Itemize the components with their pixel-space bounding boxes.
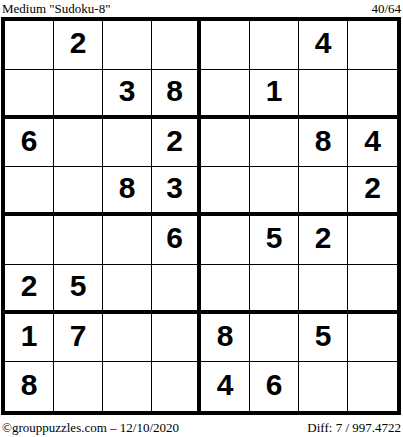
cell-r7c2: 7 [54, 314, 103, 363]
puzzle-title: Medium "Sudoku-8" [2, 2, 110, 16]
cell-r5c6: 5 [250, 216, 299, 265]
cell-r1c8[interactable] [348, 21, 397, 70]
cell-r3c2[interactable] [54, 119, 103, 168]
cell-r2c8[interactable] [348, 70, 397, 119]
cell-r3c5[interactable] [201, 119, 250, 168]
cell-r2c3: 3 [103, 70, 152, 119]
cell-r1c5[interactable] [201, 21, 250, 70]
cell-r3c7: 8 [299, 119, 348, 168]
cell-r7c4[interactable] [152, 314, 201, 363]
cell-r4c1[interactable] [5, 167, 54, 216]
cell-r5c3[interactable] [103, 216, 152, 265]
cell-r4c4: 3 [152, 167, 201, 216]
cell-r6c6[interactable] [250, 265, 299, 314]
cell-r4c5[interactable] [201, 167, 250, 216]
cell-r4c6[interactable] [250, 167, 299, 216]
cell-r7c1: 1 [5, 314, 54, 363]
puzzle-page: Medium "Sudoku-8" 40/64 2438162848326522… [0, 0, 403, 437]
cell-r5c2[interactable] [54, 216, 103, 265]
cell-r1c7: 4 [299, 21, 348, 70]
cell-r7c3[interactable] [103, 314, 152, 363]
cell-r2c1[interactable] [5, 70, 54, 119]
cell-r1c3[interactable] [103, 21, 152, 70]
cell-r2c4: 8 [152, 70, 201, 119]
cell-r4c7[interactable] [299, 167, 348, 216]
cell-r5c4: 6 [152, 216, 201, 265]
cell-r5c5[interactable] [201, 216, 250, 265]
cell-r6c7[interactable] [299, 265, 348, 314]
cell-r1c6[interactable] [250, 21, 299, 70]
cell-r3c4: 2 [152, 119, 201, 168]
cell-r8c8[interactable] [348, 362, 397, 411]
cell-r7c7: 5 [299, 314, 348, 363]
cell-r7c8[interactable] [348, 314, 397, 363]
cell-r2c7[interactable] [299, 70, 348, 119]
cell-r5c8[interactable] [348, 216, 397, 265]
cell-r1c1[interactable] [5, 21, 54, 70]
cell-r6c2: 5 [54, 265, 103, 314]
cell-r3c8: 4 [348, 119, 397, 168]
cell-r6c4[interactable] [152, 265, 201, 314]
cell-r8c5: 4 [201, 362, 250, 411]
cell-r6c8[interactable] [348, 265, 397, 314]
cell-r7c6[interactable] [250, 314, 299, 363]
cell-r5c7: 2 [299, 216, 348, 265]
footer: ©grouppuzzles.com – 12/10/2020 Diff: 7 /… [0, 415, 403, 435]
cell-r3c3[interactable] [103, 119, 152, 168]
cell-r8c4[interactable] [152, 362, 201, 411]
cell-r8c1: 8 [5, 362, 54, 411]
cell-r8c3[interactable] [103, 362, 152, 411]
difficulty-text: Diff: 7 / 997.4722 [307, 421, 401, 435]
cell-r8c7[interactable] [299, 362, 348, 411]
remaining-counter: 40/64 [371, 2, 401, 16]
cell-r6c3[interactable] [103, 265, 152, 314]
cell-r6c5[interactable] [201, 265, 250, 314]
cell-r1c4[interactable] [152, 21, 201, 70]
cell-r1c2: 2 [54, 21, 103, 70]
cell-r4c3: 8 [103, 167, 152, 216]
cell-r6c1: 2 [5, 265, 54, 314]
cell-r4c2[interactable] [54, 167, 103, 216]
cell-r5c1[interactable] [5, 216, 54, 265]
cell-r8c6: 6 [250, 362, 299, 411]
copyright-text: ©grouppuzzles.com – 12/10/2020 [2, 421, 179, 435]
cell-r2c6: 1 [250, 70, 299, 119]
cell-r7c5: 8 [201, 314, 250, 363]
cell-r2c5[interactable] [201, 70, 250, 119]
cell-r3c6[interactable] [250, 119, 299, 168]
cell-r2c2[interactable] [54, 70, 103, 119]
cell-r3c1: 6 [5, 119, 54, 168]
sudoku-grid: 243816284832652251785846 [1, 17, 401, 415]
cell-r8c2[interactable] [54, 362, 103, 411]
header: Medium "Sudoku-8" 40/64 [0, 0, 403, 17]
cell-r4c8: 2 [348, 167, 397, 216]
